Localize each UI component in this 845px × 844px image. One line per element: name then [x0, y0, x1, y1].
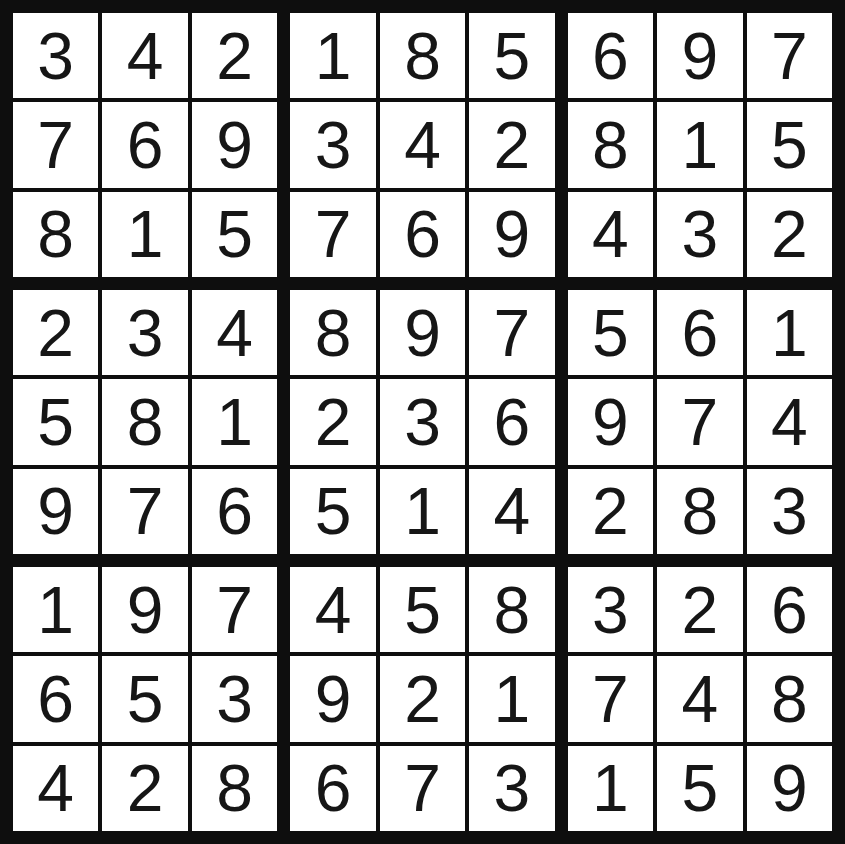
cell-r4c6[interactable]: 7 [469, 290, 554, 375]
cell-r8c9[interactable]: 8 [747, 656, 832, 741]
cell-r5c7[interactable]: 9 [568, 379, 653, 464]
sudoku-box-8: 458921673 [290, 567, 554, 831]
cell-r8c4[interactable]: 9 [290, 656, 375, 741]
cell-r9c4[interactable]: 6 [290, 746, 375, 831]
cell-r6c5[interactable]: 1 [380, 469, 465, 554]
cell-r6c9[interactable]: 3 [747, 469, 832, 554]
cell-r1c4[interactable]: 1 [290, 13, 375, 98]
cell-r1c1[interactable]: 3 [13, 13, 98, 98]
cell-r3c6[interactable]: 9 [469, 192, 554, 277]
cell-r9c7[interactable]: 1 [568, 746, 653, 831]
cell-r2c3[interactable]: 9 [192, 102, 277, 187]
cell-r4c8[interactable]: 6 [657, 290, 742, 375]
cell-r5c5[interactable]: 3 [380, 379, 465, 464]
cell-r5c8[interactable]: 7 [657, 379, 742, 464]
cell-r9c9[interactable]: 9 [747, 746, 832, 831]
cell-r9c5[interactable]: 7 [380, 746, 465, 831]
cell-r6c1[interactable]: 9 [13, 469, 98, 554]
cell-r4c1[interactable]: 2 [13, 290, 98, 375]
cell-r3c2[interactable]: 1 [102, 192, 187, 277]
cell-r6c3[interactable]: 6 [192, 469, 277, 554]
cell-r4c2[interactable]: 3 [102, 290, 187, 375]
cell-r2c6[interactable]: 2 [469, 102, 554, 187]
cell-r7c3[interactable]: 7 [192, 567, 277, 652]
cell-r7c7[interactable]: 3 [568, 567, 653, 652]
page: 3427698151853427696978154322345819768972… [0, 0, 845, 844]
cell-r9c8[interactable]: 5 [657, 746, 742, 831]
cell-r1c8[interactable]: 9 [657, 13, 742, 98]
sudoku-box-5: 897236514 [290, 290, 554, 554]
sudoku-box-4: 234581976 [13, 290, 277, 554]
cell-r4c7[interactable]: 5 [568, 290, 653, 375]
cell-r6c6[interactable]: 4 [469, 469, 554, 554]
cell-r9c2[interactable]: 2 [102, 746, 187, 831]
cell-r5c3[interactable]: 1 [192, 379, 277, 464]
cell-r9c6[interactable]: 3 [469, 746, 554, 831]
cell-r5c9[interactable]: 4 [747, 379, 832, 464]
cell-r5c1[interactable]: 5 [13, 379, 98, 464]
cell-r8c2[interactable]: 5 [102, 656, 187, 741]
cell-r7c1[interactable]: 1 [13, 567, 98, 652]
cell-r6c7[interactable]: 2 [568, 469, 653, 554]
cell-r3c4[interactable]: 7 [290, 192, 375, 277]
cell-r1c5[interactable]: 8 [380, 13, 465, 98]
cell-r2c9[interactable]: 5 [747, 102, 832, 187]
cell-r4c5[interactable]: 9 [380, 290, 465, 375]
cell-r8c5[interactable]: 2 [380, 656, 465, 741]
cell-r5c6[interactable]: 6 [469, 379, 554, 464]
cell-r4c9[interactable]: 1 [747, 290, 832, 375]
cell-r8c6[interactable]: 1 [469, 656, 554, 741]
cell-r4c4[interactable]: 8 [290, 290, 375, 375]
cell-r6c2[interactable]: 7 [102, 469, 187, 554]
cell-r3c1[interactable]: 8 [13, 192, 98, 277]
sudoku-box-3: 697815432 [568, 13, 832, 277]
cell-r3c7[interactable]: 4 [568, 192, 653, 277]
sudoku-box-7: 197653428 [13, 567, 277, 831]
cell-r3c8[interactable]: 3 [657, 192, 742, 277]
cell-r7c6[interactable]: 8 [469, 567, 554, 652]
cell-r3c3[interactable]: 5 [192, 192, 277, 277]
cell-r3c5[interactable]: 6 [380, 192, 465, 277]
cell-r4c3[interactable]: 4 [192, 290, 277, 375]
cell-r6c8[interactable]: 8 [657, 469, 742, 554]
cell-r1c6[interactable]: 5 [469, 13, 554, 98]
cell-r7c5[interactable]: 5 [380, 567, 465, 652]
cell-r9c3[interactable]: 8 [192, 746, 277, 831]
cell-r2c5[interactable]: 4 [380, 102, 465, 187]
cell-r7c2[interactable]: 9 [102, 567, 187, 652]
sudoku-box-2: 185342769 [290, 13, 554, 277]
cell-r2c7[interactable]: 8 [568, 102, 653, 187]
cell-r6c4[interactable]: 5 [290, 469, 375, 554]
cell-r2c1[interactable]: 7 [13, 102, 98, 187]
cell-r7c8[interactable]: 2 [657, 567, 742, 652]
cell-r7c4[interactable]: 4 [290, 567, 375, 652]
sudoku-box-9: 326748159 [568, 567, 832, 831]
cell-r5c2[interactable]: 8 [102, 379, 187, 464]
cell-r8c8[interactable]: 4 [657, 656, 742, 741]
cell-r2c4[interactable]: 3 [290, 102, 375, 187]
cell-r5c4[interactable]: 2 [290, 379, 375, 464]
cell-r2c8[interactable]: 1 [657, 102, 742, 187]
cell-r8c1[interactable]: 6 [13, 656, 98, 741]
cell-r8c7[interactable]: 7 [568, 656, 653, 741]
cell-r9c1[interactable]: 4 [13, 746, 98, 831]
cell-r1c3[interactable]: 2 [192, 13, 277, 98]
cell-r3c9[interactable]: 2 [747, 192, 832, 277]
cell-r7c9[interactable]: 6 [747, 567, 832, 652]
cell-r1c2[interactable]: 4 [102, 13, 187, 98]
sudoku-box-6: 561974283 [568, 290, 832, 554]
cell-r1c7[interactable]: 6 [568, 13, 653, 98]
cell-r2c2[interactable]: 6 [102, 102, 187, 187]
cell-r8c3[interactable]: 3 [192, 656, 277, 741]
cell-r1c9[interactable]: 7 [747, 13, 832, 98]
sudoku-box-1: 342769815 [13, 13, 277, 277]
sudoku-board: 3427698151853427696978154322345819768972… [0, 0, 845, 844]
